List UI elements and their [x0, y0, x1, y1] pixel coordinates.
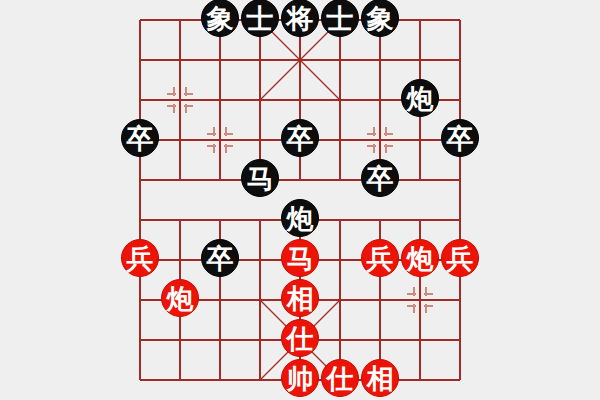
point-f7-r6[interactable]: [360, 200, 400, 240]
point-f6-r3[interactable]: [320, 80, 360, 120]
point-f4-r5[interactable]: 马: [240, 160, 280, 200]
point-f3-r2[interactable]: [200, 40, 240, 80]
point-f3-r5[interactable]: [200, 160, 240, 200]
piece-black-advisor[interactable]: 士: [321, 0, 359, 37]
point-f9-r4[interactable]: 卒: [440, 120, 480, 160]
point-f7-r1[interactable]: 象: [360, 0, 400, 40]
point-f1-r4[interactable]: 卒: [120, 120, 160, 160]
piece-red-soldier[interactable]: 兵: [361, 239, 399, 277]
point-f1-r2[interactable]: [120, 40, 160, 80]
point-f6-r9[interactable]: [320, 320, 360, 360]
point-f6-r4[interactable]: [320, 120, 360, 160]
point-f8-r9[interactable]: [400, 320, 440, 360]
piece-black-soldier[interactable]: 卒: [441, 119, 479, 157]
piece-black-soldier[interactable]: 卒: [281, 119, 319, 157]
point-f7-r5[interactable]: 卒: [360, 160, 400, 200]
point-f8-r5[interactable]: [400, 160, 440, 200]
point-f2-r4[interactable]: [160, 120, 200, 160]
piece-black-horse[interactable]: 马: [241, 159, 279, 197]
point-f7-r4[interactable]: [360, 120, 400, 160]
point-f4-r2[interactable]: [240, 40, 280, 80]
point-f6-r8[interactable]: [320, 280, 360, 320]
point-f2-r1[interactable]: [160, 0, 200, 40]
piece-black-cannon[interactable]: 炮: [401, 79, 439, 117]
piece-red-elephant[interactable]: 相: [281, 279, 319, 317]
point-f7-r2[interactable]: [360, 40, 400, 80]
point-f1-r1[interactable]: [120, 0, 160, 40]
point-f5-r2[interactable]: [280, 40, 320, 80]
point-f6-r2[interactable]: [320, 40, 360, 80]
point-f8-r2[interactable]: [400, 40, 440, 80]
piece-red-horse[interactable]: 马: [281, 239, 319, 277]
piece-red-general[interactable]: 帅: [281, 359, 319, 397]
point-f8-r8[interactable]: [400, 280, 440, 320]
point-f6-r6[interactable]: [320, 200, 360, 240]
piece-black-soldier[interactable]: 卒: [201, 239, 239, 277]
point-f8-r3[interactable]: 炮: [400, 80, 440, 120]
piece-red-advisor[interactable]: 仕: [321, 359, 359, 397]
point-f5-r7[interactable]: 马: [280, 240, 320, 280]
point-f1-r6[interactable]: [120, 200, 160, 240]
point-f4-r7[interactable]: [240, 240, 280, 280]
point-f5-r5[interactable]: [280, 160, 320, 200]
piece-red-soldier[interactable]: 兵: [121, 239, 159, 277]
point-f2-r10[interactable]: [160, 360, 200, 400]
point-f9-r7[interactable]: 兵: [440, 240, 480, 280]
point-f1-r7[interactable]: 兵: [120, 240, 160, 280]
point-f3-r9[interactable]: [200, 320, 240, 360]
point-f5-r8[interactable]: 相: [280, 280, 320, 320]
point-f3-r7[interactable]: 卒: [200, 240, 240, 280]
point-f9-r6[interactable]: [440, 200, 480, 240]
point-f1-r8[interactable]: [120, 280, 160, 320]
point-f5-r9[interactable]: 仕: [280, 320, 320, 360]
point-f3-r3[interactable]: [200, 80, 240, 120]
point-f8-r10[interactable]: [400, 360, 440, 400]
point-f9-r10[interactable]: [440, 360, 480, 400]
point-f5-r4[interactable]: 卒: [280, 120, 320, 160]
point-f4-r6[interactable]: [240, 200, 280, 240]
point-f1-r10[interactable]: [120, 360, 160, 400]
piece-black-elephant[interactable]: 象: [361, 0, 399, 37]
point-f5-r10[interactable]: 帅: [280, 360, 320, 400]
point-f7-r7[interactable]: 兵: [360, 240, 400, 280]
point-f2-r3[interactable]: [160, 80, 200, 120]
piece-red-soldier[interactable]: 兵: [441, 239, 479, 277]
point-f6-r1[interactable]: 士: [320, 0, 360, 40]
point-f2-r8[interactable]: 炮: [160, 280, 200, 320]
point-f2-r6[interactable]: [160, 200, 200, 240]
point-f5-r6[interactable]: 炮: [280, 200, 320, 240]
point-f5-r1[interactable]: 将: [280, 0, 320, 40]
point-f9-r5[interactable]: [440, 160, 480, 200]
point-f1-r3[interactable]: [120, 80, 160, 120]
point-f3-r1[interactable]: 象: [200, 0, 240, 40]
point-f8-r6[interactable]: [400, 200, 440, 240]
point-f4-r9[interactable]: [240, 320, 280, 360]
piece-red-advisor[interactable]: 仕: [281, 319, 319, 357]
point-f3-r6[interactable]: [200, 200, 240, 240]
piece-red-elephant[interactable]: 相: [361, 359, 399, 397]
board: 象士将士象炮卒卒卒马卒炮兵卒马兵炮兵炮相仕帅仕相: [120, 0, 480, 400]
piece-black-elephant[interactable]: 象: [201, 0, 239, 37]
piece-red-cannon[interactable]: 炮: [401, 239, 439, 277]
point-f4-r8[interactable]: [240, 280, 280, 320]
piece-black-soldier[interactable]: 卒: [121, 119, 159, 157]
point-f3-r4[interactable]: [200, 120, 240, 160]
point-f4-r10[interactable]: [240, 360, 280, 400]
point-f9-r1[interactable]: [440, 0, 480, 40]
point-f9-r2[interactable]: [440, 40, 480, 80]
point-f4-r1[interactable]: 士: [240, 0, 280, 40]
point-f7-r9[interactable]: [360, 320, 400, 360]
point-f6-r5[interactable]: [320, 160, 360, 200]
point-f8-r4[interactable]: [400, 120, 440, 160]
point-f7-r3[interactable]: [360, 80, 400, 120]
point-f9-r3[interactable]: [440, 80, 480, 120]
point-f6-r7[interactable]: [320, 240, 360, 280]
xiangqi-app: 象士将士象炮卒卒卒马卒炮兵卒马兵炮兵炮相仕帅仕相: [0, 0, 600, 400]
point-f2-r7[interactable]: [160, 240, 200, 280]
piece-black-cannon[interactable]: 炮: [281, 199, 319, 237]
point-f3-r10[interactable]: [200, 360, 240, 400]
point-f5-r3[interactable]: [280, 80, 320, 120]
point-f4-r4[interactable]: [240, 120, 280, 160]
point-f1-r5[interactable]: [120, 160, 160, 200]
piece-black-general[interactable]: 将: [281, 0, 319, 37]
point-f6-r10[interactable]: 仕: [320, 360, 360, 400]
point-f2-r2[interactable]: [160, 40, 200, 80]
point-f8-r7[interactable]: 炮: [400, 240, 440, 280]
point-f2-r9[interactable]: [160, 320, 200, 360]
point-f9-r9[interactable]: [440, 320, 480, 360]
point-f3-r8[interactable]: [200, 280, 240, 320]
point-f7-r10[interactable]: 相: [360, 360, 400, 400]
piece-red-cannon[interactable]: 炮: [161, 279, 199, 317]
point-f4-r3[interactable]: [240, 80, 280, 120]
piece-black-soldier[interactable]: 卒: [361, 159, 399, 197]
point-f1-r9[interactable]: [120, 320, 160, 360]
point-f7-r8[interactable]: [360, 280, 400, 320]
point-f9-r8[interactable]: [440, 280, 480, 320]
point-f2-r5[interactable]: [160, 160, 200, 200]
point-f8-r1[interactable]: [400, 0, 440, 40]
piece-black-advisor[interactable]: 士: [241, 0, 279, 37]
